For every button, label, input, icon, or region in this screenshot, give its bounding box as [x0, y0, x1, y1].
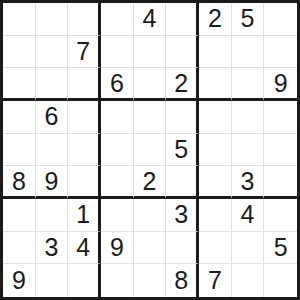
sudoku-cell-r1c1[interactable]	[3, 3, 36, 36]
sudoku-cell-r1c9[interactable]	[264, 3, 297, 36]
sudoku-cell-r7c3: 1	[68, 199, 101, 232]
sudoku-cell-r5c3[interactable]	[68, 134, 101, 167]
sudoku-cell-r2c9[interactable]	[264, 36, 297, 69]
sudoku-cell-r8c9: 5	[264, 232, 297, 265]
sudoku-cell-r1c5: 4	[134, 3, 167, 36]
sudoku-cell-r2c5[interactable]	[134, 36, 167, 69]
sudoku-cell-r2c3: 7	[68, 36, 101, 69]
sudoku-cell-r3c2[interactable]	[36, 68, 69, 101]
sudoku-cell-r8c1[interactable]	[3, 232, 36, 265]
sudoku-cell-r6c4[interactable]	[101, 166, 134, 199]
sudoku-cell-r2c6[interactable]	[166, 36, 199, 69]
sudoku-cell-r3c8[interactable]	[232, 68, 265, 101]
sudoku-cell-r2c4[interactable]	[101, 36, 134, 69]
sudoku-cell-r7c5[interactable]	[134, 199, 167, 232]
sudoku-cell-r3c9: 9	[264, 68, 297, 101]
sudoku-cell-r5c7[interactable]	[199, 134, 232, 167]
sudoku-cell-r3c4: 6	[101, 68, 134, 101]
sudoku-cell-r9c5[interactable]	[134, 264, 167, 297]
sudoku-cell-r1c7: 2	[199, 3, 232, 36]
sudoku-cell-r9c3[interactable]	[68, 264, 101, 297]
sudoku-cell-r5c4[interactable]	[101, 134, 134, 167]
sudoku-cell-r7c2[interactable]	[36, 199, 69, 232]
sudoku-cell-r6c7[interactable]	[199, 166, 232, 199]
sudoku-cell-r3c7[interactable]	[199, 68, 232, 101]
sudoku-cell-r3c3[interactable]	[68, 68, 101, 101]
sudoku-cell-r2c8[interactable]	[232, 36, 265, 69]
sudoku-cell-r8c4: 9	[101, 232, 134, 265]
sudoku-cell-r9c6: 8	[166, 264, 199, 297]
sudoku-cell-r8c2: 3	[36, 232, 69, 265]
sudoku-cell-r6c2: 9	[36, 166, 69, 199]
sudoku-cell-r5c8[interactable]	[232, 134, 265, 167]
sudoku-cell-r5c6: 5	[166, 134, 199, 167]
sudoku-cell-r2c7[interactable]	[199, 36, 232, 69]
sudoku-cell-r3c6: 2	[166, 68, 199, 101]
sudoku-cell-r7c8: 4	[232, 199, 265, 232]
sudoku-cell-r9c1: 9	[3, 264, 36, 297]
sudoku-cell-r9c9[interactable]	[264, 264, 297, 297]
sudoku-cell-r7c1[interactable]	[3, 199, 36, 232]
sudoku-cell-r9c7: 7	[199, 264, 232, 297]
sudoku-cell-r6c6[interactable]	[166, 166, 199, 199]
sudoku-cell-r6c8: 3	[232, 166, 265, 199]
sudoku-cell-r4c4[interactable]	[101, 101, 134, 134]
sudoku-cell-r2c2[interactable]	[36, 36, 69, 69]
sudoku-cell-r8c3: 4	[68, 232, 101, 265]
sudoku-cell-r1c3[interactable]	[68, 3, 101, 36]
sudoku-cell-r9c4[interactable]	[101, 264, 134, 297]
sudoku-cell-r4c2: 6	[36, 101, 69, 134]
sudoku-cell-r6c5: 2	[134, 166, 167, 199]
sudoku-cell-r8c6[interactable]	[166, 232, 199, 265]
sudoku-cell-r1c6[interactable]	[166, 3, 199, 36]
sudoku-cell-r5c2[interactable]	[36, 134, 69, 167]
sudoku-cell-r8c7[interactable]	[199, 232, 232, 265]
sudoku-cell-r4c8[interactable]	[232, 101, 265, 134]
sudoku-cell-r8c5[interactable]	[134, 232, 167, 265]
sudoku-cell-r4c5[interactable]	[134, 101, 167, 134]
sudoku-cell-r6c1: 8	[3, 166, 36, 199]
sudoku-cell-r5c5[interactable]	[134, 134, 167, 167]
sudoku-cell-r4c3[interactable]	[68, 101, 101, 134]
sudoku-cell-r9c2[interactable]	[36, 264, 69, 297]
sudoku-cell-r7c7[interactable]	[199, 199, 232, 232]
sudoku-cell-r6c9[interactable]	[264, 166, 297, 199]
sudoku-cell-r3c1[interactable]	[3, 68, 36, 101]
sudoku-cell-r3c5[interactable]	[134, 68, 167, 101]
sudoku-board: 42576296589231343495987	[0, 0, 300, 300]
sudoku-cell-r5c1[interactable]	[3, 134, 36, 167]
sudoku-cell-r7c4[interactable]	[101, 199, 134, 232]
sudoku-cell-r2c1[interactable]	[3, 36, 36, 69]
sudoku-cell-r9c8[interactable]	[232, 264, 265, 297]
sudoku-cell-r1c2[interactable]	[36, 3, 69, 36]
sudoku-cell-r7c6: 3	[166, 199, 199, 232]
sudoku-cell-r4c9[interactable]	[264, 101, 297, 134]
sudoku-cell-r8c8[interactable]	[232, 232, 265, 265]
sudoku-cell-r1c8: 5	[232, 3, 265, 36]
sudoku-cell-r4c7[interactable]	[199, 101, 232, 134]
sudoku-cell-r1c4[interactable]	[101, 3, 134, 36]
sudoku-cell-r6c3[interactable]	[68, 166, 101, 199]
sudoku-cell-r4c1[interactable]	[3, 101, 36, 134]
sudoku-cell-r7c9[interactable]	[264, 199, 297, 232]
sudoku-cell-r4c6[interactable]	[166, 101, 199, 134]
sudoku-cell-r5c9[interactable]	[264, 134, 297, 167]
